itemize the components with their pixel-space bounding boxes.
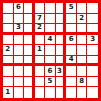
cell-r3c8[interactable]	[77, 24, 88, 35]
cell-r5c9[interactable]	[87, 45, 98, 56]
cell-r6c8[interactable]	[77, 56, 88, 67]
cell-r3c5[interactable]	[45, 24, 56, 35]
cell-r4c3[interactable]	[24, 35, 35, 46]
cell-r5c3[interactable]	[24, 45, 35, 56]
cell-r1c9[interactable]	[87, 3, 98, 14]
cell-r2c9[interactable]	[87, 14, 98, 25]
cell-r3c7[interactable]	[66, 24, 77, 35]
cell-r5c6[interactable]	[56, 45, 67, 56]
cell-r4c7: 6	[66, 35, 77, 46]
cell-r4c1[interactable]	[3, 35, 14, 46]
cell-r4c2[interactable]	[14, 35, 25, 46]
cell-r7c8[interactable]	[77, 66, 88, 77]
cell-r2c8: 2	[77, 14, 88, 25]
cell-r1c4[interactable]	[35, 3, 46, 14]
cell-r9c9[interactable]	[87, 87, 98, 98]
cell-r3c2: 3	[14, 24, 25, 35]
cell-r4c5: 4	[45, 35, 56, 46]
cell-r6c6[interactable]	[56, 56, 67, 67]
cell-r9c4[interactable]	[35, 87, 46, 98]
cell-r8c4[interactable]	[35, 77, 46, 88]
cell-r1c3[interactable]	[24, 3, 35, 14]
cell-r5c1: 2	[3, 45, 14, 56]
cell-r8c6[interactable]	[56, 77, 67, 88]
cell-r6c4[interactable]	[35, 56, 46, 67]
cell-r6c1[interactable]	[3, 56, 14, 67]
cell-r8c7[interactable]	[66, 77, 77, 88]
cell-r9c7[interactable]	[66, 87, 77, 98]
cell-r7c4[interactable]	[35, 66, 46, 77]
cell-r3c1[interactable]	[3, 24, 14, 35]
cell-r4c9: 3	[87, 35, 98, 46]
cell-r1c8[interactable]	[77, 3, 88, 14]
cell-r7c6: 3	[56, 66, 67, 77]
cell-r6c9[interactable]	[87, 56, 98, 67]
cell-r8c2[interactable]	[14, 77, 25, 88]
cell-r7c7[interactable]	[66, 66, 77, 77]
cell-r9c2[interactable]	[14, 87, 25, 98]
cell-r9c5[interactable]	[45, 87, 56, 98]
cell-r6c3[interactable]	[24, 56, 35, 67]
cell-r6c5[interactable]	[45, 56, 56, 67]
cell-r1c1[interactable]	[3, 3, 14, 14]
cell-r9c6[interactable]	[56, 87, 67, 98]
cell-r1c2: 6	[14, 3, 25, 14]
sudoku-board: 65723246321463581	[0, 0, 101, 101]
cell-r1c7: 5	[66, 3, 77, 14]
cell-r8c9[interactable]	[87, 77, 98, 88]
cell-r1c5[interactable]	[45, 3, 56, 14]
cell-r9c3[interactable]	[24, 87, 35, 98]
cell-r3c4: 2	[35, 24, 46, 35]
cell-r1c6[interactable]	[56, 3, 67, 14]
cell-r8c5: 5	[45, 77, 56, 88]
cell-r4c6[interactable]	[56, 35, 67, 46]
cell-r7c3[interactable]	[24, 66, 35, 77]
cell-r5c5[interactable]	[45, 45, 56, 56]
cell-r2c5[interactable]	[45, 14, 56, 25]
cell-r2c3[interactable]	[24, 14, 35, 25]
cell-r7c9[interactable]	[87, 66, 98, 77]
cell-r6c2[interactable]	[14, 56, 25, 67]
cell-r5c4: 1	[35, 45, 46, 56]
cell-r2c7[interactable]	[66, 14, 77, 25]
cell-r7c1[interactable]	[3, 66, 14, 77]
cell-r9c8[interactable]	[77, 87, 88, 98]
cell-r3c6[interactable]	[56, 24, 67, 35]
cell-r8c1[interactable]	[3, 77, 14, 88]
cell-r7c5: 6	[45, 66, 56, 77]
cell-r5c8[interactable]	[77, 45, 88, 56]
cell-r2c6[interactable]	[56, 14, 67, 25]
cell-r7c2[interactable]	[14, 66, 25, 77]
cell-r9c1: 1	[3, 87, 14, 98]
cell-r4c4[interactable]	[35, 35, 46, 46]
cell-r8c3[interactable]	[24, 77, 35, 88]
cell-r2c1[interactable]	[3, 14, 14, 25]
cell-r6c7: 4	[66, 56, 77, 67]
cell-r3c3[interactable]	[24, 24, 35, 35]
cell-r4c8[interactable]	[77, 35, 88, 46]
cell-r3c9[interactable]	[87, 24, 98, 35]
cell-r8c8: 8	[77, 77, 88, 88]
cell-r5c2[interactable]	[14, 45, 25, 56]
